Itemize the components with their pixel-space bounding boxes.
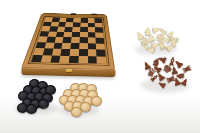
stray-piece: ♟ <box>41 104 48 110</box>
checker-piece <box>71 107 82 117</box>
board-square <box>88 56 97 63</box>
board-square <box>97 56 107 63</box>
board-perspective-wrap <box>21 14 121 70</box>
board-back-rim <box>42 13 105 16</box>
clasp <box>65 69 72 72</box>
board-face <box>21 14 115 70</box>
black-checkers-pile <box>13 79 60 111</box>
board-grid <box>31 17 106 63</box>
board-front-edge <box>21 68 115 77</box>
hinge <box>92 14 98 15</box>
light-chess-pieces-pile: ♟♞♟♝♟♜♛♟♚♟♞♝♟♜♟♟ <box>133 22 179 52</box>
hinge <box>70 13 76 14</box>
light-checkers-pile <box>57 82 101 113</box>
checker-piece <box>91 96 102 106</box>
dark-chess-pieces-pile: ♟♞♟♝♟♜♛♟♚♟♞♝♟♜♟♟♟ <box>139 51 191 90</box>
board-square <box>69 56 79 63</box>
checker-piece <box>26 104 37 114</box>
board-square <box>78 56 87 63</box>
photo-stage: ♟♞♟♝♟♜♛♟♚♟♞♝♟♜♟♟♟♞♟♝♟♜♛♟♚♟♞♝♟♜♟♟♟♟ <box>0 0 200 133</box>
